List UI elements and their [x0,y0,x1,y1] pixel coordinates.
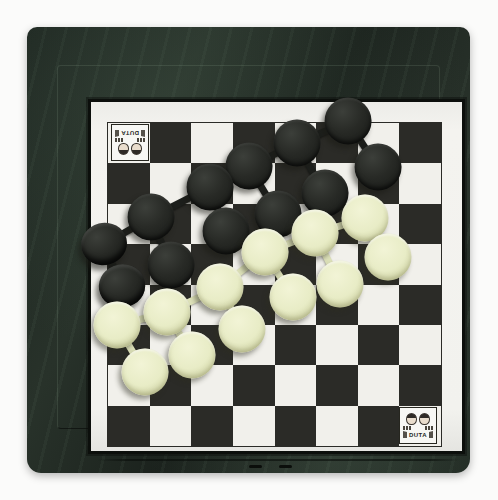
board-square-r5c6 [358,325,400,365]
board-square-r7c4 [275,406,317,446]
board-square-r0c7 [399,123,441,163]
brand-name: DUTA [403,431,433,438]
logo-wings-icon [403,426,433,430]
checker-piece-black[interactable] [325,98,372,145]
kid-face-icon [419,413,430,425]
board-square-r5c4 [275,325,317,365]
checker-piece-white[interactable] [144,289,191,336]
logo-kids-faces-icon [406,413,430,425]
board-square-r7c2 [191,406,233,446]
board-square-r4c7 [399,285,441,325]
checker-piece-black[interactable] [148,242,195,289]
board-square-r6c3 [233,365,275,405]
logo-wings-icon [115,138,145,142]
board-square-r6c7 [399,365,441,405]
checker-piece-white[interactable] [94,302,141,349]
checker-piece-white[interactable] [242,229,289,276]
checker-piece-black[interactable] [187,164,234,211]
board-square-r7c6 [358,406,400,446]
checker-piece-white[interactable] [270,274,317,321]
board-square-r7c0 [108,406,150,446]
checker-piece-white[interactable] [197,264,244,311]
kid-face-icon [131,143,142,155]
board-square-r0c1 [150,123,192,163]
frame-seam-notch [279,465,292,468]
logo-kids-faces-icon [118,143,142,155]
board-square-r7c5 [316,406,358,446]
frame-seam-notch [249,465,262,468]
kid-face-icon [118,143,129,155]
board-square-r2c7 [399,204,441,244]
board-square-r6c4 [275,365,317,405]
board-square-r1c7 [399,163,441,203]
checker-piece-white[interactable] [365,234,412,281]
checker-piece-black[interactable] [274,120,321,167]
board-square-r7c1 [150,406,192,446]
brand-logo-top-left: DUTA [111,124,149,161]
brand-name: DUTA [115,130,145,137]
board-square-r6c5 [316,365,358,405]
board-square-r5c7 [399,325,441,365]
checker-piece-white[interactable] [219,306,266,353]
checker-piece-white[interactable] [169,332,216,379]
board-square-r4c6 [358,285,400,325]
checker-piece-white[interactable] [122,349,169,396]
checker-piece-black[interactable] [355,144,402,191]
kid-face-icon [406,413,417,425]
checker-piece-white[interactable] [292,210,339,257]
board-square-r7c3 [233,406,275,446]
board-square-r5c5 [316,325,358,365]
checker-piece-black[interactable] [128,194,175,241]
brand-logo-bottom-right: DUTA [399,407,437,444]
product-photo-stage: DUTA DUTA [0,0,498,500]
checker-piece-white[interactable] [317,261,364,308]
frame-bottom-seam [97,459,460,461]
board-square-r6c6 [358,365,400,405]
